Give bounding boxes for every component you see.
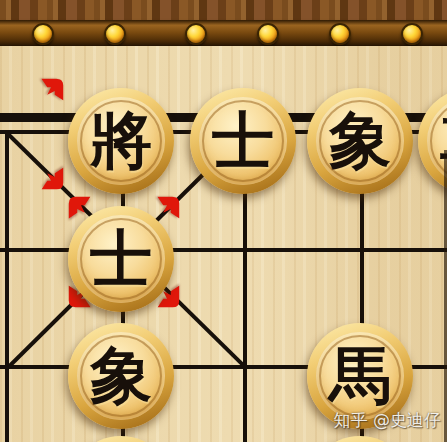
piece-face: 馬	[316, 332, 404, 420]
piece-face: 象	[77, 332, 165, 420]
piece-face: 象	[316, 97, 404, 185]
piece-black-horse-g2[interactable]: 馬	[307, 323, 413, 429]
gold-stud-icon	[329, 23, 351, 45]
piece-black-elephant-g0[interactable]: 象	[307, 88, 413, 194]
gold-stud-icon	[104, 23, 126, 45]
piece-character: 士	[90, 228, 152, 290]
gold-stud-icon	[32, 23, 54, 45]
gold-stud-icon	[401, 23, 423, 45]
piece-character: 士	[212, 110, 274, 172]
grid-line-rank1	[0, 248, 447, 252]
piece-black-general-e0[interactable]: 將	[68, 88, 174, 194]
gold-stud-icon	[185, 23, 207, 45]
gold-stud-icon	[257, 23, 279, 45]
piece-black-elephant-e2[interactable]: 象	[68, 323, 174, 429]
piece-face: 士	[77, 215, 165, 303]
piece-character: 象	[329, 110, 391, 172]
xiangqi-screenshot: 將士象車士象馬卒卒 知乎 @史迪仔	[0, 0, 447, 442]
piece-face: 士	[199, 97, 287, 185]
piece-character: 將	[90, 110, 152, 172]
grid-line-file-d	[5, 133, 9, 442]
piece-black-advisor-f0[interactable]: 士	[190, 88, 296, 194]
piece-character: 馬	[329, 345, 391, 407]
piece-black-advisor-e1[interactable]: 士	[68, 206, 174, 312]
top-wood-plank	[0, 0, 447, 20]
piece-character: 象	[90, 345, 152, 407]
stud-bar	[0, 20, 447, 46]
piece-face: 將	[77, 97, 165, 185]
